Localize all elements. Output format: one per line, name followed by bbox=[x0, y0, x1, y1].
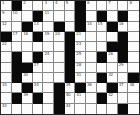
clue-number: 11 bbox=[44, 11, 49, 15]
white-cell[interactable] bbox=[65, 22, 76, 32]
clue-number: 30 bbox=[23, 73, 28, 77]
white-cell[interactable]: 3 bbox=[43, 1, 54, 11]
clue-number: 21 bbox=[76, 32, 81, 36]
white-cell[interactable] bbox=[86, 52, 97, 62]
clue-number: 27 bbox=[34, 63, 39, 67]
white-cell[interactable] bbox=[43, 83, 54, 93]
black-cell bbox=[65, 63, 76, 73]
white-cell[interactable] bbox=[1, 73, 12, 83]
clue-number: 15 bbox=[98, 22, 103, 26]
white-cell[interactable] bbox=[128, 52, 139, 62]
white-cell[interactable] bbox=[43, 104, 54, 114]
white-cell[interactable] bbox=[128, 93, 139, 103]
white-cell[interactable]: 34 bbox=[33, 83, 44, 93]
black-cell bbox=[12, 52, 23, 62]
white-cell[interactable] bbox=[1, 63, 12, 73]
white-cell[interactable] bbox=[118, 1, 129, 11]
black-cell bbox=[33, 93, 44, 103]
white-cell[interactable]: 7 bbox=[107, 1, 118, 11]
white-cell[interactable] bbox=[128, 104, 139, 114]
clue-number: 28 bbox=[76, 63, 81, 67]
white-cell[interactable] bbox=[54, 11, 65, 21]
white-cell[interactable] bbox=[128, 42, 139, 52]
white-cell[interactable] bbox=[97, 63, 108, 73]
white-cell[interactable]: 18 bbox=[22, 32, 33, 42]
clue-number: 1 bbox=[2, 1, 4, 5]
black-cell bbox=[12, 63, 23, 73]
white-cell[interactable] bbox=[86, 42, 97, 52]
white-cell[interactable] bbox=[12, 22, 23, 32]
clue-number: 7 bbox=[108, 1, 110, 5]
white-cell[interactable]: 17 bbox=[12, 32, 23, 42]
white-cell[interactable] bbox=[97, 32, 108, 42]
white-cell[interactable]: 30 bbox=[22, 73, 33, 83]
white-cell[interactable]: 43 bbox=[1, 104, 12, 114]
black-cell bbox=[12, 73, 23, 83]
white-cell[interactable]: 4 bbox=[54, 1, 65, 11]
black-cell bbox=[12, 1, 23, 11]
white-cell[interactable] bbox=[128, 63, 139, 73]
clue-number: 33 bbox=[2, 83, 7, 87]
white-cell[interactable]: 37 bbox=[118, 83, 129, 93]
white-cell[interactable] bbox=[86, 32, 97, 42]
black-cell bbox=[118, 42, 129, 52]
clue-number: 8 bbox=[129, 1, 131, 5]
black-cell bbox=[75, 1, 86, 11]
white-cell[interactable]: 11 bbox=[43, 11, 54, 21]
white-cell[interactable]: 20 bbox=[54, 32, 65, 42]
black-cell bbox=[97, 52, 108, 62]
black-cell bbox=[128, 73, 139, 83]
white-cell[interactable] bbox=[43, 93, 54, 103]
black-cell bbox=[107, 22, 118, 32]
black-cell bbox=[97, 11, 108, 21]
white-cell[interactable]: 31 bbox=[75, 73, 86, 83]
white-cell[interactable]: 1 bbox=[1, 1, 12, 11]
white-cell[interactable]: 2 bbox=[22, 1, 33, 11]
black-cell bbox=[75, 83, 86, 93]
white-cell[interactable] bbox=[107, 104, 118, 114]
white-cell[interactable] bbox=[33, 104, 44, 114]
clue-number: 41 bbox=[76, 93, 81, 97]
white-cell[interactable]: 8 bbox=[128, 1, 139, 11]
white-cell[interactable]: 28 bbox=[75, 63, 86, 73]
black-cell bbox=[65, 32, 76, 42]
white-cell[interactable]: 21 bbox=[75, 32, 86, 42]
black-cell bbox=[118, 52, 129, 62]
clue-number: 22 bbox=[2, 42, 7, 46]
clue-number: 37 bbox=[119, 83, 124, 87]
clue-number: 12 bbox=[2, 22, 7, 26]
white-cell[interactable]: 23 bbox=[75, 42, 86, 52]
clue-number: 25 bbox=[76, 52, 81, 56]
white-cell[interactable] bbox=[54, 42, 65, 52]
white-cell[interactable]: 42 bbox=[107, 93, 118, 103]
white-cell[interactable] bbox=[43, 63, 54, 73]
black-cell bbox=[107, 83, 118, 93]
clue-number: 24 bbox=[44, 52, 49, 56]
white-cell[interactable] bbox=[54, 73, 65, 83]
white-cell[interactable] bbox=[22, 11, 33, 21]
black-cell bbox=[54, 104, 65, 114]
white-cell[interactable] bbox=[12, 83, 23, 93]
clue-number: 13 bbox=[34, 22, 39, 26]
black-cell bbox=[33, 11, 44, 21]
white-cell[interactable]: 25 bbox=[75, 52, 86, 62]
clue-number: 40 bbox=[66, 93, 71, 97]
white-cell[interactable] bbox=[86, 104, 97, 114]
white-cell[interactable]: 10 bbox=[12, 11, 23, 21]
white-cell[interactable] bbox=[128, 32, 139, 42]
clue-number: 39 bbox=[23, 93, 28, 97]
white-cell[interactable] bbox=[107, 11, 118, 21]
white-cell[interactable] bbox=[128, 11, 139, 21]
white-cell[interactable] bbox=[97, 1, 108, 11]
black-cell bbox=[118, 32, 129, 42]
white-cell[interactable]: 6 bbox=[86, 1, 97, 11]
clue-number: 26 bbox=[108, 52, 113, 56]
black-cell bbox=[65, 73, 76, 83]
black-cell bbox=[12, 93, 23, 103]
white-cell[interactable] bbox=[43, 42, 54, 52]
clue-number: 16 bbox=[119, 22, 124, 26]
black-cell bbox=[33, 32, 44, 42]
white-cell[interactable]: 13 bbox=[33, 22, 44, 32]
white-cell[interactable] bbox=[54, 63, 65, 73]
clue-number: 3 bbox=[44, 1, 46, 5]
white-cell[interactable] bbox=[86, 93, 97, 103]
black-cell bbox=[75, 11, 86, 21]
black-cell bbox=[22, 22, 33, 32]
clue-number: 43 bbox=[2, 104, 7, 108]
white-cell[interactable]: 26 bbox=[107, 52, 118, 62]
crossword-board: 1234567891011121314151617181920212223242… bbox=[0, 0, 140, 115]
white-cell[interactable] bbox=[97, 104, 108, 114]
white-cell[interactable]: 39 bbox=[22, 93, 33, 103]
white-cell[interactable]: 38 bbox=[128, 83, 139, 93]
white-cell[interactable]: 41 bbox=[75, 93, 86, 103]
black-cell bbox=[1, 32, 12, 42]
white-cell[interactable] bbox=[107, 63, 118, 73]
white-cell[interactable] bbox=[33, 73, 44, 83]
white-cell[interactable]: 36 bbox=[86, 83, 97, 93]
white-cell[interactable] bbox=[86, 73, 97, 83]
white-cell[interactable]: 19 bbox=[43, 32, 54, 42]
clue-number: 38 bbox=[129, 83, 134, 87]
clue-number: 29 bbox=[119, 63, 124, 67]
clue-number: 17 bbox=[13, 32, 18, 36]
white-cell[interactable]: 27 bbox=[33, 63, 44, 73]
white-cell[interactable] bbox=[1, 93, 12, 103]
clue-number: 32 bbox=[108, 73, 113, 77]
white-cell[interactable]: 12 bbox=[1, 22, 12, 32]
clue-number: 2 bbox=[23, 1, 25, 5]
white-cell[interactable] bbox=[22, 52, 33, 62]
clue-number: 35 bbox=[66, 83, 71, 87]
white-cell[interactable] bbox=[33, 1, 44, 11]
clue-number: 44 bbox=[66, 104, 71, 108]
black-cell bbox=[97, 73, 108, 83]
clue-number: 36 bbox=[87, 83, 92, 87]
white-cell[interactable] bbox=[128, 22, 139, 32]
white-cell[interactable] bbox=[86, 63, 97, 73]
clue-number: 18 bbox=[23, 32, 28, 36]
white-cell[interactable]: 15 bbox=[97, 22, 108, 32]
clue-number: 4 bbox=[55, 1, 57, 5]
black-cell bbox=[54, 93, 65, 103]
white-cell[interactable] bbox=[97, 42, 108, 52]
clue-number: 9 bbox=[2, 11, 4, 15]
clue-number: 31 bbox=[76, 73, 81, 77]
white-cell[interactable] bbox=[22, 104, 33, 114]
white-cell[interactable]: 35 bbox=[65, 83, 76, 93]
black-cell bbox=[107, 42, 118, 52]
white-cell[interactable]: 33 bbox=[1, 83, 12, 93]
white-cell[interactable] bbox=[1, 52, 12, 62]
white-cell[interactable]: 14 bbox=[86, 22, 97, 32]
white-cell[interactable] bbox=[43, 22, 54, 32]
black-cell bbox=[118, 11, 129, 21]
black-cell bbox=[97, 93, 108, 103]
clue-number: 14 bbox=[87, 22, 92, 26]
clue-number: 10 bbox=[13, 11, 18, 15]
white-cell[interactable]: 44 bbox=[65, 104, 76, 114]
black-cell bbox=[65, 52, 76, 62]
white-cell[interactable] bbox=[107, 32, 118, 42]
white-cell[interactable]: 32 bbox=[107, 73, 118, 83]
clue-number: 20 bbox=[55, 32, 60, 36]
black-cell bbox=[118, 104, 129, 114]
black-cell bbox=[65, 42, 76, 52]
white-cell[interactable]: 22 bbox=[1, 42, 12, 52]
white-cell[interactable] bbox=[65, 11, 76, 21]
white-cell[interactable] bbox=[118, 93, 129, 103]
white-cell[interactable] bbox=[43, 73, 54, 83]
white-cell[interactable] bbox=[22, 42, 33, 52]
white-cell[interactable]: 9 bbox=[1, 11, 12, 21]
white-cell[interactable] bbox=[12, 42, 23, 52]
white-cell[interactable] bbox=[33, 42, 44, 52]
white-cell[interactable]: 40 bbox=[65, 93, 76, 103]
white-cell[interactable]: 5 bbox=[65, 1, 76, 11]
black-cell bbox=[33, 52, 44, 62]
clue-number: 34 bbox=[34, 83, 39, 87]
black-cell bbox=[54, 83, 65, 93]
white-cell[interactable] bbox=[97, 83, 108, 93]
clue-number: 6 bbox=[87, 1, 89, 5]
clue-number: 23 bbox=[76, 42, 81, 46]
black-cell bbox=[54, 22, 65, 32]
clue-number: 42 bbox=[108, 93, 113, 97]
black-cell bbox=[22, 83, 33, 93]
white-cell[interactable]: 29 bbox=[118, 63, 129, 73]
white-cell[interactable] bbox=[54, 52, 65, 62]
white-cell[interactable] bbox=[75, 104, 86, 114]
white-cell[interactable] bbox=[86, 11, 97, 21]
black-cell bbox=[75, 22, 86, 32]
clue-number: 5 bbox=[66, 1, 68, 5]
white-cell[interactable]: 16 bbox=[118, 22, 129, 32]
clue-number: 19 bbox=[44, 32, 49, 36]
white-cell[interactable]: 24 bbox=[43, 52, 54, 62]
black-cell bbox=[22, 63, 33, 73]
white-cell[interactable] bbox=[12, 104, 23, 114]
white-cell[interactable] bbox=[118, 73, 129, 83]
